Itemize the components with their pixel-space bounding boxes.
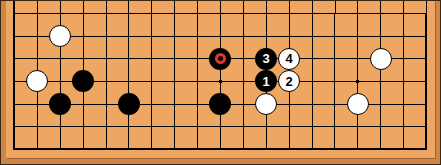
move-number-label: 4 <box>286 52 293 65</box>
stone-white-M3 <box>255 93 277 115</box>
red-circle-marker <box>215 53 226 64</box>
go-board-diagram: 3412 <box>0 0 441 165</box>
stone-white-C6 <box>49 25 71 47</box>
move-number-label: 3 <box>263 52 270 65</box>
stone-white-Q3 <box>347 93 369 115</box>
stone-white-R5 <box>370 48 392 70</box>
stone-white-B4 <box>26 70 48 92</box>
stones-layer: 3412 <box>3 2 438 161</box>
stone-black-F3 <box>118 93 140 115</box>
stone-black-K5 <box>209 48 231 70</box>
board-surface: 3412 <box>6 1 435 158</box>
stone-black-M4: 1 <box>255 70 277 92</box>
move-number-label: 1 <box>263 75 270 88</box>
move-number-label: 2 <box>286 75 293 88</box>
star-point-K4 <box>219 80 222 83</box>
stone-black-D4 <box>72 70 94 92</box>
star-point-Q4 <box>356 80 359 83</box>
stone-white-N5: 4 <box>278 48 300 70</box>
stone-black-K3 <box>209 93 231 115</box>
stone-black-C3 <box>49 93 71 115</box>
stone-white-N4: 2 <box>278 70 300 92</box>
stone-black-M5: 3 <box>255 48 277 70</box>
